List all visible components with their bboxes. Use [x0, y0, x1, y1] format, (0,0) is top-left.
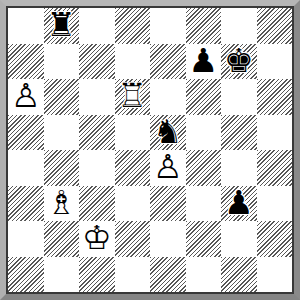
- square-f5[interactable]: [186, 115, 222, 151]
- white-pawn-e4[interactable]: ♟♙: [150, 150, 186, 186]
- square-f1[interactable]: [186, 257, 222, 293]
- black-rook-b8[interactable]: ♜: [44, 8, 80, 44]
- square-b5[interactable]: [44, 115, 80, 151]
- square-e8[interactable]: [150, 8, 186, 44]
- square-e7[interactable]: [150, 44, 186, 80]
- square-d2[interactable]: [115, 221, 151, 257]
- square-a2[interactable]: [8, 221, 44, 257]
- square-e5[interactable]: ♞: [150, 115, 186, 151]
- square-g7[interactable]: ♚: [221, 44, 257, 80]
- square-a3[interactable]: [8, 186, 44, 222]
- black-piece-glyph: ♞: [150, 115, 186, 151]
- square-c5[interactable]: [79, 115, 115, 151]
- chess-diagram: ♜♟♚♟♙♜♖♞♟♙♝♗♟♚♔: [0, 0, 300, 300]
- square-h7[interactable]: [257, 44, 293, 80]
- square-h3[interactable]: [257, 186, 293, 222]
- square-f8[interactable]: [186, 8, 222, 44]
- white-piece-outline: ♗: [44, 186, 80, 222]
- square-h8[interactable]: [257, 8, 293, 44]
- square-c4[interactable]: [79, 150, 115, 186]
- square-h5[interactable]: [257, 115, 293, 151]
- black-piece-glyph: ♜: [44, 8, 80, 44]
- square-e1[interactable]: [150, 257, 186, 293]
- square-b4[interactable]: [44, 150, 80, 186]
- board-frame: ♜♟♚♟♙♜♖♞♟♙♝♗♟♚♔: [0, 0, 300, 300]
- black-piece-glyph: ♟: [221, 186, 257, 222]
- square-b1[interactable]: [44, 257, 80, 293]
- square-a5[interactable]: [8, 115, 44, 151]
- square-f3[interactable]: [186, 186, 222, 222]
- square-c2[interactable]: ♚♔: [79, 221, 115, 257]
- square-b7[interactable]: [44, 44, 80, 80]
- square-g3[interactable]: ♟: [221, 186, 257, 222]
- square-e2[interactable]: [150, 221, 186, 257]
- black-knight-e5[interactable]: ♞: [150, 115, 186, 151]
- square-b2[interactable]: [44, 221, 80, 257]
- square-a1[interactable]: [8, 257, 44, 293]
- square-c6[interactable]: [79, 79, 115, 115]
- square-g6[interactable]: [221, 79, 257, 115]
- white-bishop-b3[interactable]: ♝♗: [44, 186, 80, 222]
- square-g4[interactable]: [221, 150, 257, 186]
- black-piece-glyph: ♟: [186, 44, 222, 80]
- white-king-c2[interactable]: ♚♔: [79, 221, 115, 257]
- white-pawn-a6[interactable]: ♟♙: [8, 79, 44, 115]
- black-pawn-g3[interactable]: ♟: [221, 186, 257, 222]
- square-a8[interactable]: [8, 8, 44, 44]
- square-h4[interactable]: [257, 150, 293, 186]
- square-f7[interactable]: ♟: [186, 44, 222, 80]
- square-e4[interactable]: ♟♙: [150, 150, 186, 186]
- square-f6[interactable]: [186, 79, 222, 115]
- square-d6[interactable]: ♜♖: [115, 79, 151, 115]
- square-g5[interactable]: [221, 115, 257, 151]
- white-piece-outline: ♔: [79, 221, 115, 257]
- square-d4[interactable]: [115, 150, 151, 186]
- square-a6[interactable]: ♟♙: [8, 79, 44, 115]
- square-h6[interactable]: [257, 79, 293, 115]
- white-piece-outline: ♖: [115, 79, 151, 115]
- square-b3[interactable]: ♝♗: [44, 186, 80, 222]
- black-pawn-f7[interactable]: ♟: [186, 44, 222, 80]
- square-b6[interactable]: [44, 79, 80, 115]
- square-g1[interactable]: [221, 257, 257, 293]
- square-d5[interactable]: [115, 115, 151, 151]
- square-c3[interactable]: [79, 186, 115, 222]
- square-d1[interactable]: [115, 257, 151, 293]
- white-piece-outline: ♙: [150, 150, 186, 186]
- square-d8[interactable]: [115, 8, 151, 44]
- chess-board[interactable]: ♜♟♚♟♙♜♖♞♟♙♝♗♟♚♔: [6, 6, 294, 294]
- square-c7[interactable]: [79, 44, 115, 80]
- black-king-g7[interactable]: ♚: [221, 44, 257, 80]
- square-h1[interactable]: [257, 257, 293, 293]
- square-d7[interactable]: [115, 44, 151, 80]
- white-piece-outline: ♙: [8, 79, 44, 115]
- square-g8[interactable]: [221, 8, 257, 44]
- square-a4[interactable]: [8, 150, 44, 186]
- black-piece-glyph: ♚: [221, 44, 257, 80]
- square-g2[interactable]: [221, 221, 257, 257]
- white-rook-d6[interactable]: ♜♖: [115, 79, 151, 115]
- square-f4[interactable]: [186, 150, 222, 186]
- square-f2[interactable]: [186, 221, 222, 257]
- square-d3[interactable]: [115, 186, 151, 222]
- square-c1[interactable]: [79, 257, 115, 293]
- square-e3[interactable]: [150, 186, 186, 222]
- square-a7[interactable]: [8, 44, 44, 80]
- square-h2[interactable]: [257, 221, 293, 257]
- square-c8[interactable]: [79, 8, 115, 44]
- square-e6[interactable]: [150, 79, 186, 115]
- square-b8[interactable]: ♜: [44, 8, 80, 44]
